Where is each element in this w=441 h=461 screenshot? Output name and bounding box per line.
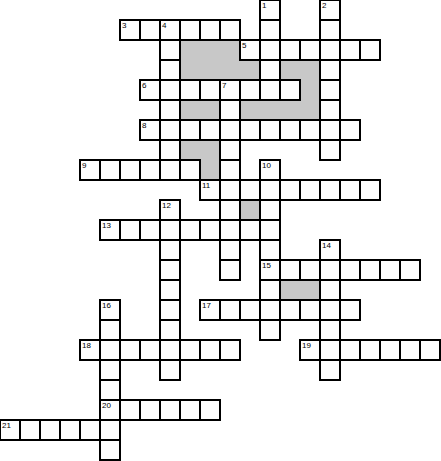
clue-number: 13 [102,221,111,230]
shaded-region [200,40,220,60]
grid-cell-r6c7[interactable]: 8 [139,119,161,141]
grid-cell-r20c10[interactable] [199,399,221,421]
grid-cell-r9c12[interactable] [239,179,261,201]
clue-number: 7 [222,81,226,90]
grid-cell-r6c8[interactable] [159,119,181,141]
grid-cell-r12c13[interactable] [259,239,281,261]
grid-cell-r3c13[interactable] [259,59,281,81]
grid-cell-r4c8[interactable] [159,79,181,101]
crossword-grid: 123456789101112131415161718192021 [0,0,441,461]
grid-cell-r6c11[interactable] [219,119,241,141]
grid-cell-r19c5[interactable] [99,379,121,401]
grid-cell-r4c9[interactable] [179,79,201,101]
grid-cell-r15c17[interactable] [339,299,361,321]
grid-cell-r13c18[interactable] [359,259,381,281]
clue-number: 18 [82,341,91,350]
grid-cell-r8c4[interactable]: 9 [79,159,101,181]
grid-cell-r1c6[interactable]: 3 [119,19,141,41]
grid-cell-r11c9[interactable] [179,219,201,241]
shaded-region [300,60,320,80]
grid-cell-r4c11[interactable]: 7 [219,79,241,101]
grid-cell-r1c9[interactable] [179,19,201,41]
grid-cell-r9c16[interactable] [319,179,341,201]
grid-cell-r4c7[interactable]: 6 [139,79,161,101]
clue-number: 1 [262,1,266,10]
clue-number: 12 [162,201,171,210]
grid-cell-r13c19[interactable] [379,259,401,281]
grid-cell-r17c18[interactable] [359,339,381,361]
grid-cell-r12c8[interactable] [159,239,181,261]
clue-number: 21 [2,421,11,430]
grid-cell-r17c17[interactable] [339,339,361,361]
grid-cell-r13c11[interactable] [219,259,241,281]
grid-cell-r17c9[interactable] [179,339,201,361]
grid-cell-r17c21[interactable] [419,339,441,361]
shaded-region [240,60,260,80]
grid-cell-r11c10[interactable] [199,219,221,241]
clue-number: 11 [202,181,210,190]
grid-cell-r14c13[interactable] [259,279,281,301]
clue-number: 8 [142,121,146,130]
grid-cell-r7c11[interactable] [219,139,241,161]
grid-cell-r0c13[interactable]: 1 [259,0,281,21]
grid-cell-r9c10[interactable]: 11 [199,179,221,201]
grid-cell-r1c8[interactable]: 4 [159,19,181,41]
shaded-region [300,280,320,300]
clue-number: 2 [322,1,326,10]
grid-cell-r7c8[interactable] [159,139,181,161]
clue-number: 4 [162,21,166,30]
grid-cell-r13c15[interactable] [299,259,321,281]
grid-cell-r3c8[interactable] [159,59,181,81]
grid-cell-r15c15[interactable] [299,299,321,321]
grid-cell-r5c11[interactable] [219,99,241,121]
grid-cell-r4c14[interactable] [279,79,301,101]
clue-number: 14 [322,241,331,250]
grid-cell-r17c10[interactable] [199,339,221,361]
grid-cell-r8c13[interactable]: 10 [259,159,281,181]
grid-cell-r13c17[interactable] [339,259,361,281]
grid-cell-r15c11[interactable] [219,299,241,321]
grid-cell-r18c5[interactable] [99,359,121,381]
grid-cell-r13c13[interactable]: 15 [259,259,281,281]
grid-cell-r11c8[interactable] [159,219,181,241]
grid-cell-r1c7[interactable] [139,19,161,41]
grid-cell-r20c8[interactable] [159,399,181,421]
grid-cell-r2c16[interactable] [319,39,341,61]
grid-cell-r6c13[interactable] [259,119,281,141]
shaded-region [220,60,240,80]
grid-cell-r6c9[interactable] [179,119,201,141]
grid-cell-r12c11[interactable] [219,239,241,261]
grid-cell-r17c19[interactable] [379,339,401,361]
grid-cell-r11c13[interactable] [259,219,281,241]
clue-number: 20 [102,401,111,410]
grid-cell-r13c20[interactable] [399,259,421,281]
grid-cell-r2c18[interactable] [359,39,381,61]
grid-cell-r17c20[interactable] [399,339,421,361]
grid-cell-r3c16[interactable] [319,59,341,81]
grid-cell-r17c8[interactable] [159,339,181,361]
grid-cell-r21c3[interactable] [59,419,81,441]
clue-number: 17 [202,301,211,310]
page: 123456789101112131415161718192021 [0,0,441,461]
clue-number: 15 [262,261,271,270]
grid-cell-r22c5[interactable] [99,439,121,461]
grid-cell-r17c6[interactable] [119,339,141,361]
clue-number: 16 [102,301,111,310]
grid-cell-r17c15[interactable]: 19 [299,339,321,361]
grid-cell-r13c16[interactable] [319,259,341,281]
shaded-region [200,140,220,160]
shaded-region [280,100,300,120]
grid-cell-r20c9[interactable] [179,399,201,421]
grid-cell-r2c14[interactable] [279,39,301,61]
shaded-region [280,60,300,80]
grid-cell-r21c1[interactable] [19,419,41,441]
grid-cell-r8c9[interactable] [179,159,201,181]
shaded-region [240,200,260,220]
shaded-region [200,100,220,120]
grid-cell-r9c13[interactable] [259,179,281,201]
grid-cell-r21c4[interactable] [79,419,101,441]
grid-cell-r9c11[interactable] [219,179,241,201]
grid-cell-r16c16[interactable] [319,319,341,341]
grid-cell-r15c13[interactable] [259,299,281,321]
grid-cell-r4c12[interactable] [239,79,261,101]
grid-cell-r10c11[interactable] [219,199,241,221]
grid-cell-r2c12[interactable]: 5 [239,39,261,61]
shaded-region [180,140,200,160]
grid-cell-r17c7[interactable] [139,339,161,361]
grid-cell-r6c15[interactable] [299,119,321,141]
grid-cell-r20c7[interactable] [139,399,161,421]
grid-cell-r15c10[interactable]: 17 [199,299,221,321]
grid-cell-r21c0[interactable]: 21 [0,419,21,441]
grid-cell-r11c5[interactable]: 13 [99,219,121,241]
grid-cell-r20c5[interactable]: 20 [99,399,121,421]
grid-cell-r1c11[interactable] [219,19,241,41]
grid-cell-r1c10[interactable] [199,19,221,41]
grid-cell-r9c17[interactable] [339,179,361,201]
grid-cell-r2c17[interactable] [339,39,361,61]
grid-cell-r2c15[interactable] [299,39,321,61]
clue-number: 19 [302,341,311,350]
grid-cell-r18c16[interactable] [319,359,341,381]
grid-cell-r8c8[interactable] [159,159,181,181]
shaded-region [220,40,240,60]
grid-cell-r11c7[interactable] [139,219,161,241]
grid-cell-r7c16[interactable] [319,139,341,161]
clue-number: 10 [262,161,271,170]
grid-cell-r15c14[interactable] [279,299,301,321]
grid-cell-r8c11[interactable] [219,159,241,181]
grid-cell-r9c18[interactable] [359,179,381,201]
shaded-region [260,100,280,120]
grid-cell-r12c16[interactable]: 14 [319,239,341,261]
grid-cell-r8c6[interactable] [119,159,141,181]
grid-cell-r14c16[interactable] [319,279,341,301]
grid-cell-r6c12[interactable] [239,119,261,141]
grid-cell-r21c2[interactable] [39,419,61,441]
grid-cell-r4c16[interactable] [319,79,341,101]
grid-cell-r8c7[interactable] [139,159,161,181]
grid-cell-r15c5[interactable]: 16 [99,299,121,321]
grid-cell-r5c16[interactable] [319,99,341,121]
shaded-region [200,60,220,80]
grid-cell-r1c13[interactable] [259,19,281,41]
grid-cell-r13c8[interactable] [159,259,181,281]
grid-cell-r9c15[interactable] [299,179,321,201]
grid-cell-r18c8[interactable] [159,359,181,381]
clue-number: 9 [82,161,86,170]
grid-cell-r2c8[interactable] [159,39,181,61]
grid-cell-r17c5[interactable] [99,339,121,361]
grid-cell-r17c11[interactable] [219,339,241,361]
grid-cell-r17c16[interactable] [319,339,341,361]
grid-cell-r16c8[interactable] [159,319,181,341]
grid-cell-r17c4[interactable]: 18 [79,339,101,361]
shaded-region [300,80,320,100]
grid-cell-r13c14[interactable] [279,259,301,281]
shaded-region [180,60,200,80]
grid-cell-r2c13[interactable] [259,39,281,61]
grid-cell-r11c11[interactable] [219,219,241,241]
grid-cell-r1c16[interactable] [319,19,341,41]
clue-number: 3 [122,21,126,30]
grid-cell-r6c16[interactable] [319,119,341,141]
shaded-region [240,100,260,120]
shaded-region [180,40,200,60]
grid-cell-r20c6[interactable] [119,399,141,421]
clue-number: 5 [242,41,246,50]
grid-cell-r4c10[interactable] [199,79,221,101]
shaded-region [280,280,300,300]
shaded-region [180,100,200,120]
grid-cell-r11c6[interactable] [119,219,141,241]
grid-cell-r11c12[interactable] [239,219,261,241]
grid-cell-r15c12[interactable] [239,299,261,321]
grid-cell-r6c17[interactable] [339,119,361,141]
grid-cell-r8c5[interactable] [99,159,121,181]
clue-number: 6 [142,81,146,90]
grid-cell-r16c5[interactable] [99,319,121,341]
grid-cell-r0c16[interactable]: 2 [319,0,341,21]
grid-cell-r21c5[interactable] [99,419,121,441]
grid-cell-r10c13[interactable] [259,199,281,221]
grid-cell-r10c8[interactable]: 12 [159,199,181,221]
grid-cell-r15c16[interactable] [319,299,341,321]
grid-cell-r5c8[interactable] [159,99,181,121]
grid-cell-r6c10[interactable] [199,119,221,141]
grid-cell-r14c8[interactable] [159,279,181,301]
grid-cell-r9c14[interactable] [279,179,301,201]
shaded-region [200,160,220,180]
shaded-region [300,100,320,120]
grid-cell-r15c8[interactable] [159,299,181,321]
grid-cell-r6c14[interactable] [279,119,301,141]
grid-cell-r16c13[interactable] [259,319,281,341]
grid-cell-r4c13[interactable] [259,79,281,101]
